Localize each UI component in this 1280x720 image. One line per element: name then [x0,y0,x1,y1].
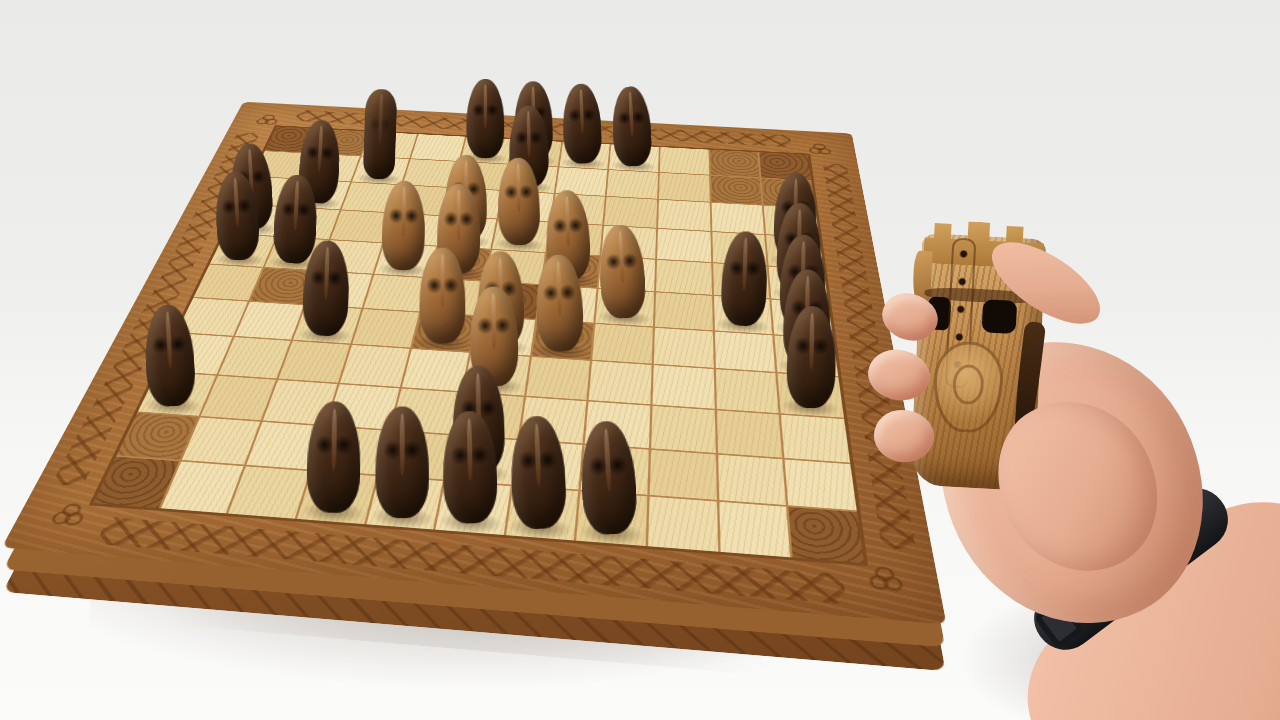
king-eye-recess [982,299,1017,333]
photo-scene [0,0,1280,720]
player-hand-holding-king [0,0,1280,720]
